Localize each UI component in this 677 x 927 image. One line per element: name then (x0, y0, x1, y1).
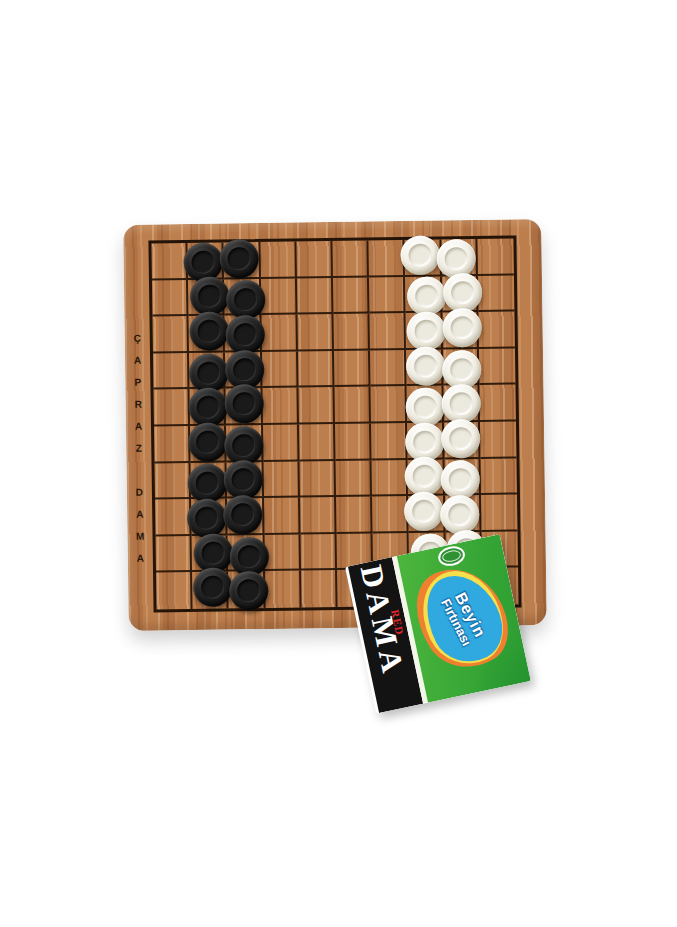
board-cell[interactable] (297, 278, 334, 315)
board-cell[interactable] (370, 313, 407, 350)
board-cell[interactable] (260, 242, 297, 279)
board-cell[interactable] (372, 460, 409, 497)
board-cell[interactable] (153, 353, 190, 390)
board-side-label: ÇAPRAZ DAMA (132, 333, 146, 575)
black-piece[interactable] (230, 537, 270, 577)
board-cell[interactable] (300, 534, 337, 571)
board-cell[interactable] (156, 536, 193, 573)
board-cell[interactable] (297, 314, 334, 351)
white-piece[interactable] (400, 235, 440, 275)
board-cell[interactable] (155, 463, 192, 500)
board-cell[interactable] (371, 386, 408, 423)
box-face-title: Beyin Fırtınası (438, 589, 488, 648)
board-cell[interactable] (336, 497, 373, 534)
black-piece[interactable] (188, 422, 228, 462)
board-cell[interactable] (335, 460, 372, 497)
board-cell[interactable] (262, 388, 299, 425)
board-cell[interactable] (334, 350, 371, 387)
board-cell[interactable] (371, 423, 408, 460)
white-piece[interactable] (405, 422, 445, 462)
board-cell[interactable] (299, 424, 336, 461)
board-cell[interactable] (478, 312, 515, 349)
board-cell[interactable] (300, 497, 337, 534)
board-cell[interactable] (479, 348, 516, 385)
board-cell[interactable] (333, 277, 370, 314)
black-piece[interactable] (187, 499, 227, 539)
brand-badge-icon (436, 544, 466, 568)
board-cell[interactable] (261, 315, 298, 352)
board-cell[interactable] (296, 241, 333, 278)
board-cell[interactable] (264, 534, 301, 571)
board-cell[interactable] (332, 241, 369, 278)
board-cell[interactable] (263, 461, 300, 498)
board-cell[interactable] (335, 423, 372, 460)
black-piece[interactable] (193, 533, 233, 573)
board-cell[interactable] (369, 240, 406, 277)
board-cell[interactable] (154, 426, 191, 463)
board-cell[interactable] (152, 316, 189, 353)
board-cell[interactable] (151, 243, 188, 280)
board-cell[interactable] (264, 498, 301, 535)
black-piece[interactable] (183, 242, 223, 282)
board-cell[interactable] (298, 351, 335, 388)
board-cell[interactable] (153, 389, 190, 426)
black-piece[interactable] (219, 239, 259, 279)
board-cell[interactable] (479, 385, 516, 422)
board-cell[interactable] (262, 351, 299, 388)
board-cell[interactable] (369, 277, 406, 314)
black-piece[interactable] (189, 311, 229, 351)
board-cell[interactable] (481, 495, 518, 532)
product-photo-scene: ÇAPRAZ DAMA DAMA RED Beyin Fırtınası (0, 0, 677, 927)
black-piece[interactable] (224, 426, 264, 466)
black-piece[interactable] (225, 350, 265, 390)
board-cell[interactable] (372, 496, 409, 533)
board-cell[interactable] (263, 424, 300, 461)
product-box: DAMA RED Beyin Fırtınası (345, 534, 531, 714)
white-piece[interactable] (442, 350, 482, 390)
board-cell[interactable] (480, 458, 517, 495)
board-cell[interactable] (156, 572, 193, 609)
board-cell[interactable] (334, 387, 371, 424)
board-cell[interactable] (333, 314, 370, 351)
board-cell[interactable] (152, 280, 189, 317)
board-cell[interactable] (265, 571, 302, 608)
board-cell[interactable] (261, 278, 298, 315)
board-cell[interactable] (301, 570, 338, 607)
board-cell[interactable] (370, 350, 407, 387)
board-cell[interactable] (299, 461, 336, 498)
board-cell[interactable] (478, 275, 515, 312)
board-cell[interactable] (298, 387, 335, 424)
white-piece[interactable] (406, 346, 446, 386)
board-cell[interactable] (477, 238, 514, 275)
black-piece[interactable] (189, 353, 229, 393)
board-cell[interactable] (480, 421, 517, 458)
board-cell[interactable] (155, 499, 192, 536)
